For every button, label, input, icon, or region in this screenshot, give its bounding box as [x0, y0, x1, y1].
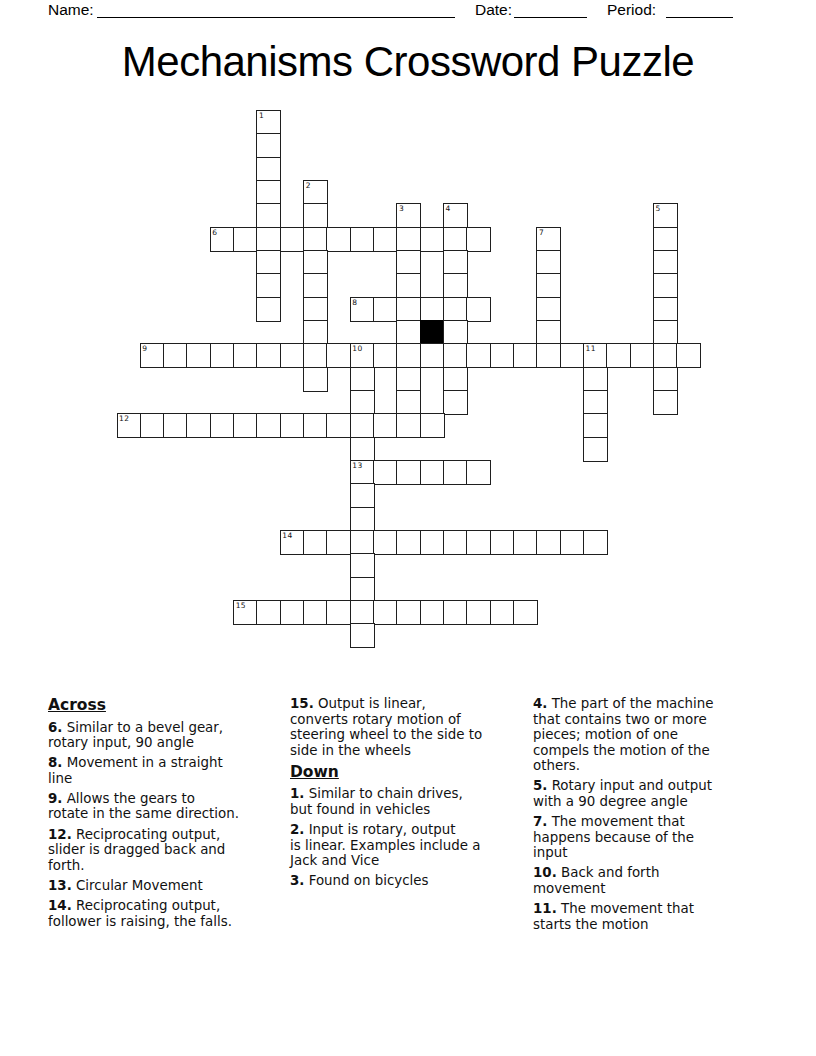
clue-number-label: 5.	[533, 778, 547, 793]
cell-number: 13	[352, 461, 362, 470]
across-heading: Across	[48, 696, 282, 715]
grid-cell[interactable]	[396, 413, 421, 438]
grid-cell[interactable]	[396, 320, 421, 345]
grid-cell[interactable]	[303, 320, 328, 345]
grid-cell[interactable]	[443, 320, 468, 345]
clue-text: Input is rotary, output is linear. Examp…	[290, 822, 480, 868]
grid-cell[interactable]	[653, 250, 678, 275]
grid-cell[interactable]	[256, 600, 281, 625]
grid-cell[interactable]	[373, 600, 398, 625]
grid-cell[interactable]	[536, 530, 561, 555]
grid-cell[interactable]	[256, 343, 281, 368]
grid-cell[interactable]	[630, 343, 655, 368]
clue-text: Reciprocating output, slider is dragged …	[48, 827, 225, 873]
clue-number-label: 11.	[533, 901, 557, 916]
clue-number-label: 2.	[290, 822, 304, 837]
grid-cell[interactable]	[490, 530, 515, 555]
grid-cell[interactable]	[466, 460, 491, 485]
grid-cell[interactable]	[396, 227, 421, 252]
grid-cell[interactable]	[536, 320, 561, 345]
clue-number-label: 15.	[290, 696, 314, 711]
grid-cell[interactable]	[350, 553, 375, 578]
grid-cell[interactable]	[326, 227, 351, 252]
grid-cell[interactable]	[233, 343, 258, 368]
clue-across-9: 9. Allows the gears to rotate in the sam…	[48, 791, 282, 822]
grid-cell[interactable]	[303, 530, 328, 555]
cell-number: 4	[446, 204, 451, 213]
cell-number: 7	[539, 228, 544, 237]
grid-cell[interactable]	[350, 530, 375, 555]
clue-number-label: 6.	[48, 720, 62, 735]
grid-cell[interactable]	[443, 297, 468, 322]
grid-cell[interactable]	[210, 413, 235, 438]
clue-number-label: 1.	[290, 786, 304, 801]
grid-cell[interactable]	[420, 227, 445, 252]
clue-across-12: 12. Reciprocating output, slider is drag…	[48, 827, 282, 874]
grid-cell[interactable]	[350, 367, 375, 392]
grid-cell[interactable]	[350, 390, 375, 415]
clue-down-4: 4. The part of the machine that contains…	[533, 696, 767, 774]
grid-cell[interactable]	[326, 530, 351, 555]
grid-cell[interactable]	[420, 297, 445, 322]
grid-cell[interactable]: 9	[140, 343, 165, 368]
grid-cell[interactable]	[233, 227, 258, 252]
period-label: Period:	[607, 1, 656, 19]
grid-cell[interactable]	[396, 273, 421, 298]
grid-cell[interactable]	[303, 297, 328, 322]
clue-text: Found on bicycles	[309, 873, 429, 888]
grid-cell[interactable]	[653, 343, 678, 368]
grid-cell[interactable]	[350, 437, 375, 462]
clues-column-2: 15. Output is linear, converts rotary mo…	[290, 696, 530, 893]
grid-cell[interactable]	[676, 343, 701, 368]
clue-across-13: 13. Circular Movement	[48, 878, 282, 894]
period-blank-line[interactable]	[666, 4, 733, 18]
grid-cell[interactable]	[350, 623, 375, 648]
grid-cell[interactable]	[350, 507, 375, 532]
clue-number-label: 13.	[48, 878, 72, 893]
grid-cell[interactable]	[303, 273, 328, 298]
grid-cell[interactable]	[653, 367, 678, 392]
page-title: Mechanisms Crossword Puzzle	[0, 40, 816, 84]
date-label: Date:	[475, 1, 512, 19]
grid-cell[interactable]	[513, 343, 538, 368]
grid-cell[interactable]	[560, 343, 585, 368]
grid-cell[interactable]	[140, 413, 165, 438]
cell-number: 6	[212, 228, 217, 237]
clue-text: Circular Movement	[76, 878, 203, 893]
clue-down-10: 10. Back and forth movement	[533, 865, 767, 896]
grid-cell[interactable]	[420, 530, 445, 555]
clue-text: Movement in a straight line	[48, 755, 223, 786]
clue-down-3: 3. Found on bicycles	[290, 873, 530, 889]
grid-cell[interactable]	[466, 530, 491, 555]
grid-cell[interactable]	[163, 343, 188, 368]
clue-number-label: 12.	[48, 827, 72, 842]
grid-cell[interactable]	[303, 227, 328, 252]
grid-cell[interactable]	[326, 600, 351, 625]
grid-cell[interactable]	[536, 297, 561, 322]
grid-cell[interactable]	[420, 600, 445, 625]
cell-number: 15	[236, 601, 246, 610]
grid-cell[interactable]	[350, 483, 375, 508]
grid-cell[interactable]	[256, 227, 281, 252]
grid-cell[interactable]	[233, 413, 258, 438]
grid-cell[interactable]	[490, 343, 515, 368]
grid-cell[interactable]	[256, 203, 281, 228]
grid-cell[interactable]	[606, 343, 631, 368]
blocked-cell	[420, 320, 445, 345]
grid-cell[interactable]	[583, 437, 608, 462]
grid-cell[interactable]: 8	[350, 297, 375, 322]
grid-cell[interactable]	[373, 227, 398, 252]
name-label: Name:	[48, 1, 94, 19]
grid-cell[interactable]	[373, 413, 398, 438]
grid-cell[interactable]	[186, 413, 211, 438]
cell-number: 11	[586, 344, 596, 353]
clue-across-14: 14. Reciprocating output, follower is ra…	[48, 898, 282, 929]
grid-cell[interactable]	[396, 250, 421, 275]
grid-cell[interactable]	[466, 297, 491, 322]
grid-cell[interactable]	[653, 273, 678, 298]
grid-cell[interactable]: 2	[303, 180, 328, 205]
grid-cell[interactable]	[396, 530, 421, 555]
grid-cell[interactable]	[186, 343, 211, 368]
grid-cell[interactable]	[326, 413, 351, 438]
clue-text: The part of the machine that contains tw…	[533, 696, 714, 773]
grid-cell[interactable]	[653, 227, 678, 252]
grid-cell[interactable]: 13	[350, 460, 375, 485]
clue-number-label: 14.	[48, 898, 72, 913]
cell-number: 2	[306, 181, 311, 190]
clue-number-label: 3.	[290, 873, 304, 888]
grid-cell[interactable]	[303, 600, 328, 625]
grid-cell[interactable]	[210, 343, 235, 368]
clue-text: The movement that starts the motion	[533, 901, 694, 932]
grid-cell[interactable]: 6	[210, 227, 235, 252]
grid-cell[interactable]	[583, 413, 608, 438]
grid-cell[interactable]	[443, 343, 468, 368]
grid-cell[interactable]	[443, 600, 468, 625]
grid-cell[interactable]	[466, 227, 491, 252]
grid-cell[interactable]	[303, 250, 328, 275]
grid-cell[interactable]	[256, 180, 281, 205]
grid-cell[interactable]	[256, 297, 281, 322]
grid-cell[interactable]	[280, 227, 305, 252]
clue-down-7: 7. The movement that happens because of …	[533, 814, 767, 861]
clue-text: Rotary input and output with a 90 degree…	[533, 778, 712, 809]
clue-text: Reciprocating output, follower is raisin…	[48, 898, 232, 929]
grid-cell[interactable]	[513, 530, 538, 555]
grid-cell[interactable]	[490, 600, 515, 625]
grid-cell[interactable]	[420, 460, 445, 485]
clue-number-label: 4.	[533, 696, 547, 711]
name-blank-line[interactable]	[97, 4, 455, 18]
grid-cell[interactable]	[396, 367, 421, 392]
clue-number-label: 9.	[48, 791, 62, 806]
clue-number-label: 8.	[48, 755, 62, 770]
clue-text: The movement that happens because of the…	[533, 814, 694, 860]
grid-cell[interactable]	[583, 367, 608, 392]
grid-cell[interactable]	[560, 530, 585, 555]
date-blank-line[interactable]	[514, 4, 587, 18]
clue-text: Similar to chain drives, but found in ve…	[290, 786, 463, 817]
cell-number: 9	[142, 344, 147, 353]
grid-cell[interactable]	[583, 390, 608, 415]
grid-cell[interactable]	[256, 273, 281, 298]
grid-cell[interactable]	[256, 157, 281, 182]
clue-down-5: 5. Rotary input and output with a 90 deg…	[533, 778, 767, 809]
grid-cell[interactable]	[420, 413, 445, 438]
grid-cell[interactable]: 12	[117, 413, 142, 438]
grid-cell[interactable]	[583, 530, 608, 555]
grid-cell[interactable]	[396, 460, 421, 485]
clues-column-3: 4. The part of the machine that contains…	[533, 696, 767, 937]
grid-cell[interactable]: 3	[396, 203, 421, 228]
grid-cell[interactable]	[536, 250, 561, 275]
grid-cell[interactable]	[373, 530, 398, 555]
clue-text: Similar to a bevel gear, rotary input, 9…	[48, 720, 223, 751]
grid-cell[interactable]	[536, 273, 561, 298]
grid-cell[interactable]	[653, 390, 678, 415]
grid-cell[interactable]	[303, 413, 328, 438]
cell-number: 1	[259, 111, 264, 120]
grid-cell[interactable]	[303, 203, 328, 228]
grid-cell[interactable]	[373, 343, 398, 368]
grid-cell[interactable]	[280, 413, 305, 438]
clue-down-2: 2. Input is rotary, output is linear. Ex…	[290, 822, 530, 869]
clue-text: Output is linear, converts rotary motion…	[290, 696, 482, 758]
grid-cell[interactable]: 4	[443, 203, 468, 228]
grid-cell[interactable]	[256, 133, 281, 158]
grid-cell[interactable]	[303, 367, 328, 392]
grid-cell[interactable]	[443, 273, 468, 298]
grid-cell[interactable]	[396, 600, 421, 625]
grid-cell[interactable]	[466, 600, 491, 625]
grid-cell[interactable]	[396, 297, 421, 322]
clue-number-label: 7.	[533, 814, 547, 829]
grid-cell[interactable]	[513, 600, 538, 625]
grid-cell[interactable]	[443, 250, 468, 275]
grid-cell[interactable]	[536, 343, 561, 368]
grid-cell[interactable]	[326, 343, 351, 368]
grid-cell[interactable]	[256, 413, 281, 438]
grid-cell[interactable]: 1	[256, 110, 281, 135]
clue-number-label: 10.	[533, 865, 557, 880]
cell-number: 8	[352, 298, 357, 307]
clues-column-1: Across6. Similar to a bevel gear, rotary…	[48, 696, 282, 934]
grid-cell[interactable]	[443, 227, 468, 252]
grid-cell[interactable]	[653, 297, 678, 322]
grid-cell[interactable]	[443, 530, 468, 555]
cell-number: 14	[282, 531, 292, 540]
grid-cell[interactable]	[280, 600, 305, 625]
grid-cell[interactable]	[350, 600, 375, 625]
grid-cell[interactable]: 5	[653, 203, 678, 228]
grid-cell[interactable]	[443, 460, 468, 485]
grid-cell[interactable]	[373, 460, 398, 485]
clue-across-6: 6. Similar to a bevel gear, rotary input…	[48, 720, 282, 751]
cell-number: 3	[399, 204, 404, 213]
cell-number: 12	[119, 414, 129, 423]
grid-cell[interactable]	[280, 343, 305, 368]
worksheet-page: Name: Date: Period: Mechanisms Crossword…	[0, 0, 816, 1056]
grid-cell[interactable]	[350, 413, 375, 438]
clue-across-15: 15. Output is linear, converts rotary mo…	[290, 696, 530, 758]
grid-cell[interactable]	[466, 343, 491, 368]
clue-down-11: 11. The movement that starts the motion	[533, 901, 767, 932]
clue-text: Allows the gears to rotate in the same d…	[48, 791, 239, 822]
grid-cell[interactable]: 11	[583, 343, 608, 368]
grid-cell[interactable]	[256, 250, 281, 275]
grid-cell[interactable]: 14	[280, 530, 305, 555]
clue-down-1: 1. Similar to chain drives, but found in…	[290, 786, 530, 817]
grid-cell[interactable]	[443, 367, 468, 392]
grid-cell[interactable]	[163, 413, 188, 438]
grid-cell[interactable]	[653, 320, 678, 345]
grid-cell[interactable]: 10	[350, 343, 375, 368]
grid-cell[interactable]	[396, 390, 421, 415]
grid-cell[interactable]	[420, 343, 445, 368]
grid-cell[interactable]: 15	[233, 600, 258, 625]
grid-cell[interactable]	[350, 577, 375, 602]
grid-cell[interactable]	[443, 390, 468, 415]
grid-cell[interactable]: 7	[536, 227, 561, 252]
grid-cell[interactable]	[373, 297, 398, 322]
down-heading: Down	[290, 763, 530, 782]
cell-number: 10	[352, 344, 362, 353]
cell-number: 5	[656, 204, 661, 213]
grid-cell[interactable]	[303, 343, 328, 368]
clue-across-8: 8. Movement in a straight line	[48, 755, 282, 786]
grid-cell[interactable]	[350, 227, 375, 252]
grid-cell[interactable]	[396, 343, 421, 368]
